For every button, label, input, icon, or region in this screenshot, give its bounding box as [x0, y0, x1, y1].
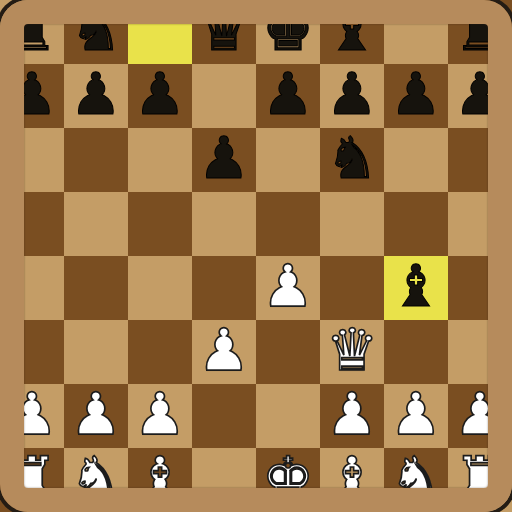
square-f6[interactable]: ♞	[320, 128, 384, 192]
square-f4[interactable]	[320, 256, 384, 320]
square-a8[interactable]: ♜	[0, 0, 64, 64]
square-b1[interactable]: ♞	[64, 448, 128, 512]
white-pawn[interactable]: ♟	[6, 385, 58, 443]
square-e5[interactable]	[256, 192, 320, 256]
black-pawn[interactable]: ♟	[198, 129, 250, 187]
square-f3[interactable]: ♛	[320, 320, 384, 384]
square-e7[interactable]: ♟	[256, 64, 320, 128]
square-a1[interactable]: ♜	[0, 448, 64, 512]
square-a5[interactable]	[0, 192, 64, 256]
white-pawn[interactable]: ♟	[70, 385, 122, 443]
black-bishop[interactable]: ♝	[390, 257, 442, 315]
square-h2[interactable]: ♟	[448, 384, 512, 448]
black-pawn[interactable]: ♟	[70, 65, 122, 123]
white-pawn[interactable]: ♟	[262, 257, 314, 315]
white-pawn[interactable]: ♟	[326, 385, 378, 443]
square-b4[interactable]	[64, 256, 128, 320]
square-e1[interactable]: ♚	[256, 448, 320, 512]
square-b7[interactable]: ♟	[64, 64, 128, 128]
square-f7[interactable]: ♟	[320, 64, 384, 128]
square-g5[interactable]	[384, 192, 448, 256]
square-c8[interactable]	[128, 0, 192, 64]
black-rook[interactable]: ♜	[6, 1, 58, 59]
square-a2[interactable]: ♟	[0, 384, 64, 448]
white-knight[interactable]: ♞	[390, 449, 442, 507]
white-king[interactable]: ♚	[262, 449, 314, 507]
black-pawn[interactable]: ♟	[326, 65, 378, 123]
square-g1[interactable]: ♞	[384, 448, 448, 512]
square-e8[interactable]: ♚	[256, 0, 320, 64]
square-c5[interactable]	[128, 192, 192, 256]
square-f5[interactable]	[320, 192, 384, 256]
square-h1[interactable]: ♜	[448, 448, 512, 512]
white-rook[interactable]: ♜	[6, 449, 58, 507]
black-knight[interactable]: ♞	[70, 1, 122, 59]
square-g4[interactable]: ♝	[384, 256, 448, 320]
square-h4[interactable]	[448, 256, 512, 320]
chess-app: ♜♞♛♚♝♜♟♟♟♟♟♟♟♟♞♟♝♟♛♟♟♟♟♟♟♜♞♝♚♝♞♜	[0, 0, 512, 512]
white-bishop[interactable]: ♝	[134, 449, 186, 507]
square-d4[interactable]	[192, 256, 256, 320]
square-c2[interactable]: ♟	[128, 384, 192, 448]
square-f8[interactable]: ♝	[320, 0, 384, 64]
square-e6[interactable]	[256, 128, 320, 192]
square-g3[interactable]	[384, 320, 448, 384]
square-d6[interactable]: ♟	[192, 128, 256, 192]
black-queen[interactable]: ♛	[198, 1, 250, 59]
square-b2[interactable]: ♟	[64, 384, 128, 448]
square-d8[interactable]: ♛	[192, 0, 256, 64]
square-d5[interactable]	[192, 192, 256, 256]
square-e2[interactable]	[256, 384, 320, 448]
black-bishop[interactable]: ♝	[326, 1, 378, 59]
square-c6[interactable]	[128, 128, 192, 192]
black-rook[interactable]: ♜	[454, 1, 506, 59]
square-c3[interactable]	[128, 320, 192, 384]
square-h5[interactable]	[448, 192, 512, 256]
square-d1[interactable]	[192, 448, 256, 512]
square-e3[interactable]	[256, 320, 320, 384]
square-e4[interactable]: ♟	[256, 256, 320, 320]
white-bishop[interactable]: ♝	[326, 449, 378, 507]
square-f2[interactable]: ♟	[320, 384, 384, 448]
white-pawn[interactable]: ♟	[390, 385, 442, 443]
white-queen[interactable]: ♛	[326, 321, 378, 379]
square-g6[interactable]	[384, 128, 448, 192]
square-c1[interactable]: ♝	[128, 448, 192, 512]
square-d7[interactable]	[192, 64, 256, 128]
square-b6[interactable]	[64, 128, 128, 192]
square-a4[interactable]	[0, 256, 64, 320]
square-g7[interactable]: ♟	[384, 64, 448, 128]
black-pawn[interactable]: ♟	[6, 65, 58, 123]
square-a6[interactable]	[0, 128, 64, 192]
square-c7[interactable]: ♟	[128, 64, 192, 128]
white-pawn[interactable]: ♟	[134, 385, 186, 443]
square-b3[interactable]	[64, 320, 128, 384]
square-g8[interactable]	[384, 0, 448, 64]
square-h3[interactable]	[448, 320, 512, 384]
white-pawn[interactable]: ♟	[198, 321, 250, 379]
square-a7[interactable]: ♟	[0, 64, 64, 128]
black-king[interactable]: ♚	[262, 1, 314, 59]
white-rook[interactable]: ♜	[454, 449, 506, 507]
square-g2[interactable]: ♟	[384, 384, 448, 448]
square-h6[interactable]	[448, 128, 512, 192]
black-knight[interactable]: ♞	[326, 129, 378, 187]
white-pawn[interactable]: ♟	[454, 385, 506, 443]
black-pawn[interactable]: ♟	[390, 65, 442, 123]
square-d3[interactable]: ♟	[192, 320, 256, 384]
square-f1[interactable]: ♝	[320, 448, 384, 512]
square-d2[interactable]	[192, 384, 256, 448]
black-pawn[interactable]: ♟	[454, 65, 506, 123]
square-b8[interactable]: ♞	[64, 0, 128, 64]
square-c4[interactable]	[128, 256, 192, 320]
black-pawn[interactable]: ♟	[262, 65, 314, 123]
chess-board: ♜♞♛♚♝♜♟♟♟♟♟♟♟♟♞♟♝♟♛♟♟♟♟♟♟♜♞♝♚♝♞♜	[0, 0, 512, 512]
square-b5[interactable]	[64, 192, 128, 256]
black-pawn[interactable]: ♟	[134, 65, 186, 123]
square-h8[interactable]: ♜	[448, 0, 512, 64]
square-h7[interactable]: ♟	[448, 64, 512, 128]
square-a3[interactable]	[0, 320, 64, 384]
white-knight[interactable]: ♞	[70, 449, 122, 507]
